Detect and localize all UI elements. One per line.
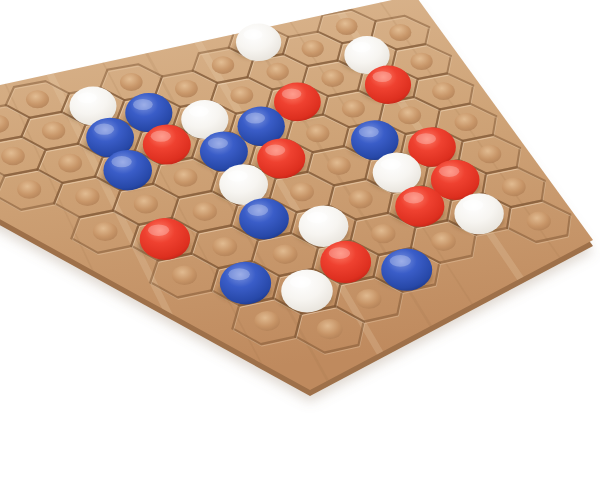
board-photo (0, 0, 600, 485)
carved-bump (527, 212, 551, 231)
carved-bump (431, 232, 456, 251)
specular-highlight (359, 126, 379, 137)
carved-bump (336, 18, 358, 35)
piece-dome (395, 186, 444, 227)
specular-highlight (329, 247, 350, 259)
specular-highlight (290, 276, 312, 288)
carved-bump (342, 100, 365, 118)
carved-bump (302, 40, 324, 57)
specular-highlight (244, 29, 263, 40)
piece-dome (220, 262, 271, 305)
carved-bump (371, 224, 395, 243)
piece-dome (140, 218, 190, 260)
piece-dome (257, 139, 305, 179)
piece-dome (103, 150, 152, 190)
piece-white[interactable] (234, 24, 281, 62)
specular-highlight (373, 71, 392, 82)
specular-highlight (265, 145, 285, 156)
specular-highlight (227, 170, 248, 181)
carved-bump (267, 63, 289, 81)
carved-bump (26, 90, 49, 108)
specular-highlight (381, 159, 401, 170)
piece-dome (239, 198, 289, 239)
carved-bump (502, 178, 526, 197)
carved-bump (356, 289, 381, 309)
specular-highlight (133, 99, 153, 110)
specular-highlight (94, 124, 114, 135)
piece-dome (299, 206, 349, 247)
carved-bump (1, 147, 25, 166)
carved-bump (230, 86, 253, 104)
carved-bump (317, 319, 343, 339)
carved-bump (212, 56, 234, 74)
specular-highlight (77, 92, 97, 103)
carved-bump (455, 113, 478, 131)
piece-dome (320, 241, 371, 283)
specular-highlight (148, 224, 169, 236)
piece-dome (236, 24, 281, 62)
carved-bump (75, 187, 99, 206)
specular-highlight (228, 268, 250, 280)
specular-highlight (189, 106, 209, 117)
carved-bump (174, 168, 198, 187)
specular-highlight (439, 166, 459, 177)
piece-dome (143, 125, 191, 165)
carved-bump (93, 222, 118, 241)
carved-bump (411, 53, 433, 70)
piece-dome (274, 83, 321, 122)
carved-bump (172, 266, 197, 286)
carved-bump (327, 156, 351, 175)
carved-bump (175, 80, 198, 98)
carved-bump (432, 82, 455, 100)
carved-bump (273, 245, 298, 264)
piece-dome (381, 249, 432, 291)
specular-highlight (390, 255, 411, 267)
carved-bump (290, 182, 314, 201)
specular-highlight (352, 42, 371, 53)
carved-bump (321, 69, 344, 87)
game-board (0, 0, 600, 485)
specular-highlight (403, 192, 424, 203)
specular-highlight (307, 212, 328, 224)
carved-bump (58, 154, 82, 173)
specular-highlight (208, 138, 228, 149)
specular-highlight (416, 133, 436, 144)
specular-highlight (111, 156, 131, 167)
piece-dome (365, 66, 411, 104)
carved-bump (389, 24, 411, 41)
carved-bump (17, 180, 41, 199)
specular-highlight (247, 204, 268, 216)
carved-bump (134, 195, 158, 214)
specular-highlight (282, 88, 302, 99)
specular-highlight (245, 113, 265, 124)
piece-dome (281, 270, 333, 313)
carved-bump (193, 202, 217, 221)
specular-highlight (463, 199, 484, 210)
piece-dome (454, 193, 503, 234)
carved-bump (349, 190, 373, 209)
carved-bump (212, 237, 237, 256)
specular-highlight (151, 131, 171, 142)
carved-bump (478, 145, 501, 163)
carved-bump (398, 106, 421, 124)
carved-bump (42, 122, 65, 140)
carved-bump (306, 124, 329, 142)
carved-bump (120, 73, 143, 91)
carved-bump (254, 311, 280, 331)
